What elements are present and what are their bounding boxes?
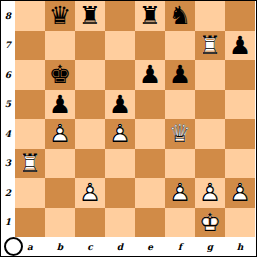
- square-f1[interactable]: [165, 208, 195, 238]
- piece-black-knight[interactable]: ♞: [165, 1, 195, 31]
- square-c4[interactable]: [75, 119, 105, 149]
- square-e7[interactable]: [135, 31, 165, 61]
- square-e5[interactable]: [135, 90, 165, 120]
- square-d7[interactable]: [105, 31, 135, 61]
- piece-white-pawn[interactable]: ♟♙: [195, 178, 225, 208]
- white-king-glyph: ♔: [195, 208, 225, 238]
- piece-black-pawn[interactable]: ♟: [105, 90, 135, 120]
- square-b8[interactable]: ♛: [45, 1, 75, 31]
- square-h7[interactable]: ♟: [225, 31, 255, 61]
- square-d4[interactable]: ♟♙: [105, 119, 135, 149]
- square-h4[interactable]: [225, 119, 255, 149]
- rank-label-3: 3: [1, 149, 15, 179]
- piece-white-pawn[interactable]: ♟♙: [105, 119, 135, 149]
- square-f3[interactable]: [165, 149, 195, 179]
- rank-label-4: 4: [1, 119, 15, 149]
- square-f5[interactable]: [165, 90, 195, 120]
- square-f7[interactable]: [165, 31, 195, 61]
- white-queen-glyph: ♕: [165, 119, 195, 149]
- piece-white-queen[interactable]: ♛♕: [165, 119, 195, 149]
- square-f4[interactable]: ♛♕: [165, 119, 195, 149]
- piece-white-rook[interactable]: ♜♖: [195, 31, 225, 61]
- piece-white-pawn[interactable]: ♟♙: [75, 178, 105, 208]
- square-c5[interactable]: [75, 90, 105, 120]
- square-h2[interactable]: ♟♙: [225, 178, 255, 208]
- square-a1[interactable]: [15, 208, 45, 238]
- file-label-g: g: [195, 237, 225, 257]
- piece-white-pawn[interactable]: ♟♙: [165, 178, 195, 208]
- square-e1[interactable]: [135, 208, 165, 238]
- square-b1[interactable]: [45, 208, 75, 238]
- file-label-c: c: [75, 237, 105, 257]
- chess-board[interactable]: ♛♜♜♞♜♖♟♚♟♟♟♟♟♙♟♙♛♕♜♖♟♙♟♙♟♙♟♙♚♔: [15, 1, 255, 237]
- piece-black-pawn[interactable]: ♟: [135, 60, 165, 90]
- white-pawn-glyph: ♙: [225, 178, 255, 208]
- square-g1[interactable]: ♚♔: [195, 208, 225, 238]
- square-h5[interactable]: [225, 90, 255, 120]
- square-g7[interactable]: ♜♖: [195, 31, 225, 61]
- square-h6[interactable]: [225, 60, 255, 90]
- white-pawn-glyph: ♙: [195, 178, 225, 208]
- square-b7[interactable]: [45, 31, 75, 61]
- piece-white-pawn[interactable]: ♟♙: [45, 119, 75, 149]
- square-g4[interactable]: [195, 119, 225, 149]
- white-to-move-indicator: [4, 237, 23, 256]
- square-d8[interactable]: [105, 1, 135, 31]
- white-rook-glyph: ♖: [15, 149, 45, 179]
- rank-label-1: 1: [1, 208, 15, 238]
- rank-label-5: 5: [1, 90, 15, 120]
- piece-black-pawn[interactable]: ♟: [165, 60, 195, 90]
- square-e6[interactable]: ♟: [135, 60, 165, 90]
- square-h1[interactable]: [225, 208, 255, 238]
- file-label-e: e: [135, 237, 165, 257]
- file-label-h: h: [225, 237, 255, 257]
- white-pawn-glyph: ♙: [105, 119, 135, 149]
- piece-black-king[interactable]: ♚: [45, 60, 75, 90]
- square-h8[interactable]: [225, 1, 255, 31]
- chess-diagram: 87654321 ♛♜♜♞♜♖♟♚♟♟♟♟♟♙♟♙♛♕♜♖♟♙♟♙♟♙♟♙♚♔ …: [0, 0, 257, 257]
- square-c8[interactable]: ♜: [75, 1, 105, 31]
- rank-label-8: 8: [1, 1, 15, 31]
- square-f6[interactable]: ♟: [165, 60, 195, 90]
- piece-black-queen[interactable]: ♛: [45, 1, 75, 31]
- square-a2[interactable]: [15, 178, 45, 208]
- square-b5[interactable]: ♟: [45, 90, 75, 120]
- square-h3[interactable]: [225, 149, 255, 179]
- square-c7[interactable]: [75, 31, 105, 61]
- square-b3[interactable]: [45, 149, 75, 179]
- square-b6[interactable]: ♚: [45, 60, 75, 90]
- square-a5[interactable]: [15, 90, 45, 120]
- file-labels: abcdefgh: [15, 237, 255, 257]
- square-c2[interactable]: ♟♙: [75, 178, 105, 208]
- file-label-f: f: [165, 237, 195, 257]
- square-g2[interactable]: ♟♙: [195, 178, 225, 208]
- white-pawn-glyph: ♙: [75, 178, 105, 208]
- square-e2[interactable]: [135, 178, 165, 208]
- piece-white-pawn[interactable]: ♟♙: [225, 178, 255, 208]
- white-pawn-glyph: ♙: [165, 178, 195, 208]
- square-g3[interactable]: [195, 149, 225, 179]
- rank-label-6: 6: [1, 60, 15, 90]
- square-b4[interactable]: ♟♙: [45, 119, 75, 149]
- square-e4[interactable]: [135, 119, 165, 149]
- square-e3[interactable]: [135, 149, 165, 179]
- square-d3[interactable]: [105, 149, 135, 179]
- square-d2[interactable]: [105, 178, 135, 208]
- square-g6[interactable]: [195, 60, 225, 90]
- piece-white-king[interactable]: ♚♔: [195, 208, 225, 238]
- square-d1[interactable]: [105, 208, 135, 238]
- square-f8[interactable]: ♞: [165, 1, 195, 31]
- rank-label-2: 2: [1, 178, 15, 208]
- square-d6[interactable]: [105, 60, 135, 90]
- square-c3[interactable]: [75, 149, 105, 179]
- white-pawn-glyph: ♙: [45, 119, 75, 149]
- rank-label-7: 7: [1, 31, 15, 61]
- file-label-d: d: [105, 237, 135, 257]
- square-a3[interactable]: ♜♖: [15, 149, 45, 179]
- square-a8[interactable]: [15, 1, 45, 31]
- white-rook-glyph: ♖: [195, 31, 225, 61]
- square-b2[interactable]: [45, 178, 75, 208]
- square-g8[interactable]: [195, 1, 225, 31]
- square-d5[interactable]: ♟: [105, 90, 135, 120]
- square-g5[interactable]: [195, 90, 225, 120]
- square-a4[interactable]: [15, 119, 45, 149]
- piece-black-pawn[interactable]: ♟: [225, 31, 255, 61]
- square-a6[interactable]: [15, 60, 45, 90]
- square-c6[interactable]: [75, 60, 105, 90]
- file-label-b: b: [45, 237, 75, 257]
- piece-black-pawn[interactable]: ♟: [45, 90, 75, 120]
- piece-white-rook[interactable]: ♜♖: [15, 149, 45, 179]
- rank-labels: 87654321: [1, 1, 15, 237]
- square-f2[interactable]: ♟♙: [165, 178, 195, 208]
- square-e8[interactable]: ♜: [135, 1, 165, 31]
- square-c1[interactable]: [75, 208, 105, 238]
- square-a7[interactable]: [15, 31, 45, 61]
- piece-black-rook[interactable]: ♜: [135, 1, 165, 31]
- piece-black-rook[interactable]: ♜: [75, 1, 105, 31]
